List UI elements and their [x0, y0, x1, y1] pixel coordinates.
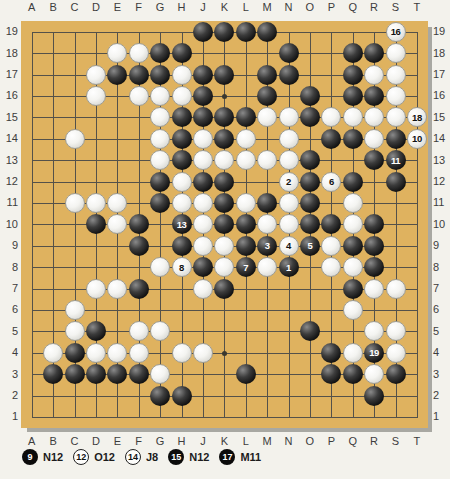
black-stone-K17	[214, 65, 234, 85]
white-stone-Q4	[343, 343, 363, 363]
white-stone-C6	[65, 300, 85, 320]
white-stone-L13	[236, 150, 256, 170]
coord-label-col-Q: Q	[344, 1, 362, 14]
white-stone-E18	[107, 43, 127, 63]
black-stone-O10	[300, 214, 320, 234]
go-diagram: 16181011261334587119 ABCDEFGHJKLMNOPQRST…	[0, 0, 450, 479]
black-stone-R8	[364, 257, 384, 277]
coord-label-row-17-left: 17	[1, 68, 18, 81]
black-stone-M11	[257, 193, 277, 213]
coord-label-row-15-left: 15	[1, 111, 18, 124]
black-stone-L3	[236, 364, 256, 384]
black-stone-F9	[129, 236, 149, 256]
coord-label-col-S: S	[387, 1, 405, 14]
black-stone-Q17	[343, 65, 363, 85]
white-stone-K8	[214, 257, 234, 277]
black-stone-M16	[257, 86, 277, 106]
white-stone-C14	[65, 129, 85, 149]
black-stone-H10: 13	[172, 214, 192, 234]
caption-move-14-coord: J8	[146, 451, 158, 463]
white-stone-F16	[129, 86, 149, 106]
black-stone-H13	[172, 150, 192, 170]
star-point	[222, 94, 227, 99]
white-stone-S4	[386, 343, 406, 363]
white-stone-J11	[193, 193, 213, 213]
black-stone-S13: 11	[386, 150, 406, 170]
black-stone-H9	[172, 236, 192, 256]
white-stone-C5	[65, 321, 85, 341]
black-stone-R4: 19	[364, 343, 384, 363]
black-stone-F7	[129, 279, 149, 299]
coord-label-col-F: F	[130, 1, 148, 14]
black-stone-O11	[300, 193, 320, 213]
black-stone-M17	[257, 65, 277, 85]
white-stone-J14	[193, 129, 213, 149]
black-stone-H14	[172, 129, 192, 149]
black-stone-G17	[150, 65, 170, 85]
white-stone-S15	[386, 107, 406, 127]
black-stone-K10	[214, 214, 234, 234]
black-stone-N8: 1	[279, 257, 299, 277]
black-stone-J8	[193, 257, 213, 277]
white-stone-Q6	[343, 300, 363, 320]
white-stone-K9	[214, 236, 234, 256]
black-stone-B3	[43, 364, 63, 384]
coord-label-col-J: J	[194, 1, 212, 14]
white-stone-C11	[65, 193, 85, 213]
black-stone-P14	[321, 129, 341, 149]
white-stone-L14	[236, 129, 256, 149]
white-stone-S7	[386, 279, 406, 299]
coord-label-col-P: P	[322, 1, 340, 14]
white-stone-R14	[364, 129, 384, 149]
white-stone-N12: 2	[279, 172, 299, 192]
coord-label-row-10-right: 10	[433, 218, 450, 231]
coord-label-col-Q: Q	[344, 435, 362, 448]
black-stone-R9	[364, 236, 384, 256]
coord-label-row-4-left: 4	[1, 346, 18, 359]
black-stone-C4	[65, 343, 85, 363]
white-stone-P9	[321, 236, 341, 256]
coord-label-row-13-left: 13	[1, 154, 18, 167]
grid-line-horizontal	[32, 396, 418, 397]
white-stone-D11	[86, 193, 106, 213]
coord-label-col-K: K	[215, 1, 233, 14]
coord-label-row-18-right: 18	[433, 47, 450, 60]
coord-label-col-B: B	[44, 1, 62, 14]
black-stone-O16	[300, 86, 320, 106]
black-stone-S14	[386, 129, 406, 149]
black-stone-G2	[150, 386, 170, 406]
black-stone-M19	[257, 22, 277, 42]
black-stone-S12	[386, 172, 406, 192]
white-stone-F18	[129, 43, 149, 63]
black-stone-F17	[129, 65, 149, 85]
black-stone-K19	[214, 22, 234, 42]
white-stone-J10	[193, 214, 213, 234]
white-stone-R17	[364, 65, 384, 85]
white-stone-H4	[172, 343, 192, 363]
coord-label-col-S: S	[387, 435, 405, 448]
black-stone-O15	[300, 107, 320, 127]
white-stone-J9	[193, 236, 213, 256]
white-stone-Q15	[343, 107, 363, 127]
white-stone-B4	[43, 343, 63, 363]
coord-label-col-D: D	[87, 1, 105, 14]
coord-label-row-8-right: 8	[433, 261, 450, 274]
black-stone-O9: 5	[300, 236, 320, 256]
coord-label-row-1-left: 1	[1, 410, 18, 423]
black-stone-K12	[214, 172, 234, 192]
white-stone-N13	[279, 150, 299, 170]
coord-label-col-O: O	[301, 435, 319, 448]
white-stone-G8	[150, 257, 170, 277]
white-stone-G15	[150, 107, 170, 127]
coord-label-row-2-right: 2	[433, 389, 450, 402]
black-stone-H15	[172, 107, 192, 127]
coord-label-row-19-right: 19	[433, 25, 450, 38]
coord-label-row-1-right: 1	[433, 410, 450, 423]
white-stone-S17	[386, 65, 406, 85]
black-stone-J16	[193, 86, 213, 106]
black-stone-E17	[107, 65, 127, 85]
coord-label-row-6-left: 6	[1, 303, 18, 316]
coord-label-row-4-right: 4	[433, 346, 450, 359]
white-stone-H11	[172, 193, 192, 213]
white-stone-G13	[150, 150, 170, 170]
coord-label-row-11-right: 11	[433, 196, 450, 209]
black-stone-R2	[364, 386, 384, 406]
caption-move-17-coord: M11	[240, 451, 261, 463]
white-stone-N10	[279, 214, 299, 234]
coord-label-col-E: E	[108, 1, 126, 14]
coord-label-row-17-right: 17	[433, 68, 450, 81]
black-stone-J17	[193, 65, 213, 85]
white-stone-E4	[107, 343, 127, 363]
white-stone-N9: 4	[279, 236, 299, 256]
coord-label-row-3-right: 3	[433, 368, 450, 381]
white-stone-S18	[386, 43, 406, 63]
coord-label-col-C: C	[66, 1, 84, 14]
black-stone-D5	[86, 321, 106, 341]
white-stone-D17	[86, 65, 106, 85]
white-stone-G16	[150, 86, 170, 106]
black-stone-K11	[214, 193, 234, 213]
coord-label-col-T: T	[408, 435, 426, 448]
black-stone-G18	[150, 43, 170, 63]
coord-label-row-12-right: 12	[433, 175, 450, 188]
black-stone-H18	[172, 43, 192, 63]
black-stone-Q7	[343, 279, 363, 299]
white-stone-J7	[193, 279, 213, 299]
white-stone-M15	[257, 107, 277, 127]
white-stone-N14	[279, 129, 299, 149]
black-stone-R13	[364, 150, 384, 170]
caption-move-12-coord: O12	[94, 451, 115, 463]
black-stone-P10	[321, 214, 341, 234]
black-stone-F10	[129, 214, 149, 234]
coord-label-row-14-left: 14	[1, 132, 18, 145]
black-stone-P3	[321, 364, 341, 384]
caption-move-17-stone: 17	[219, 449, 235, 465]
black-stone-J12	[193, 172, 213, 192]
move-caption: 9N1212O1214J815N1217M11	[22, 447, 266, 467]
coord-label-row-5-right: 5	[433, 325, 450, 338]
white-stone-G14	[150, 129, 170, 149]
caption-move-15-stone: 15	[168, 449, 184, 465]
coord-label-row-9-left: 9	[1, 239, 18, 252]
coord-label-row-18-left: 18	[1, 47, 18, 60]
white-stone-D16	[86, 86, 106, 106]
white-stone-G5	[150, 321, 170, 341]
black-stone-L9	[236, 236, 256, 256]
black-stone-R16	[364, 86, 384, 106]
white-stone-R5	[364, 321, 384, 341]
coord-label-row-8-left: 8	[1, 261, 18, 274]
black-stone-K15	[214, 107, 234, 127]
white-stone-N11	[279, 193, 299, 213]
grid-line-vertical	[417, 32, 418, 418]
white-stone-S19: 16	[386, 22, 406, 42]
go-board[interactable]: 16181011261334587119	[21, 21, 428, 428]
coord-label-row-2-left: 2	[1, 389, 18, 402]
coord-label-col-L: L	[237, 1, 255, 14]
white-stone-P15	[321, 107, 341, 127]
white-stone-J13	[193, 150, 213, 170]
white-stone-L11	[236, 193, 256, 213]
white-stone-R3	[364, 364, 384, 384]
white-stone-Q8	[343, 257, 363, 277]
black-stone-Q9	[343, 236, 363, 256]
black-stone-E3	[107, 364, 127, 384]
coord-label-col-P: P	[322, 435, 340, 448]
white-stone-N15	[279, 107, 299, 127]
white-stone-K13	[214, 150, 234, 170]
coord-label-row-16-left: 16	[1, 89, 18, 102]
coord-label-col-R: R	[365, 435, 383, 448]
coord-label-col-R: R	[365, 1, 383, 14]
black-stone-N17	[279, 65, 299, 85]
black-stone-G12	[150, 172, 170, 192]
black-stone-K14	[214, 129, 234, 149]
coord-label-row-12-left: 12	[1, 175, 18, 188]
white-stone-M13	[257, 150, 277, 170]
coord-label-row-16-right: 16	[433, 89, 450, 102]
white-stone-G3	[150, 364, 170, 384]
white-stone-F4	[129, 343, 149, 363]
black-stone-O12	[300, 172, 320, 192]
black-stone-M9: 3	[257, 236, 277, 256]
white-stone-P8	[321, 257, 341, 277]
black-stone-P4	[321, 343, 341, 363]
white-stone-T15: 18	[407, 107, 427, 127]
black-stone-O13	[300, 150, 320, 170]
black-stone-Q3	[343, 364, 363, 384]
black-stone-L8: 7	[236, 257, 256, 277]
caption-move-14-stone: 14	[125, 449, 141, 465]
black-stone-H2	[172, 386, 192, 406]
black-stone-Q16	[343, 86, 363, 106]
white-stone-E7	[107, 279, 127, 299]
black-stone-G11	[150, 193, 170, 213]
star-point	[222, 351, 227, 356]
black-stone-S3	[386, 364, 406, 384]
white-stone-E10	[107, 214, 127, 234]
black-stone-K7	[214, 279, 234, 299]
white-stone-R7	[364, 279, 384, 299]
coord-label-col-M: M	[258, 1, 276, 14]
black-stone-L19	[236, 22, 256, 42]
black-stone-L10	[236, 214, 256, 234]
coord-label-col-A: A	[23, 1, 41, 14]
white-stone-S5	[386, 321, 406, 341]
black-stone-D10	[86, 214, 106, 234]
black-stone-J15	[193, 107, 213, 127]
white-stone-Q11	[343, 193, 363, 213]
black-stone-R18	[364, 43, 384, 63]
black-stone-R10	[364, 214, 384, 234]
coord-label-row-3-left: 3	[1, 368, 18, 381]
black-stone-F3	[129, 364, 149, 384]
caption-move-15-coord: N12	[189, 451, 209, 463]
white-stone-H8: 8	[172, 257, 192, 277]
white-stone-Q10	[343, 214, 363, 234]
coord-label-col-H: H	[173, 1, 191, 14]
white-stone-M8	[257, 257, 277, 277]
black-stone-N18	[279, 43, 299, 63]
black-stone-Q12	[343, 172, 363, 192]
caption-move-12-stone: 12	[73, 449, 89, 465]
white-stone-S16	[386, 86, 406, 106]
coord-label-row-11-left: 11	[1, 196, 18, 209]
caption-move-9-coord: N12	[43, 451, 63, 463]
coord-label-row-5-left: 5	[1, 325, 18, 338]
black-stone-D3	[86, 364, 106, 384]
coord-label-row-7-left: 7	[1, 282, 18, 295]
white-stone-M10	[257, 214, 277, 234]
black-stone-Q18	[343, 43, 363, 63]
white-stone-D7	[86, 279, 106, 299]
coord-label-col-O: O	[301, 1, 319, 14]
white-stone-T14: 10	[407, 129, 427, 149]
coord-label-row-7-right: 7	[433, 282, 450, 295]
white-stone-P12: 6	[321, 172, 341, 192]
coord-label-col-T: T	[408, 1, 426, 14]
black-stone-L15	[236, 107, 256, 127]
coord-label-row-19-left: 19	[1, 25, 18, 38]
white-stone-F5	[129, 321, 149, 341]
black-stone-O5	[300, 321, 320, 341]
coord-label-row-6-right: 6	[433, 303, 450, 316]
black-stone-Q14	[343, 129, 363, 149]
coord-label-row-15-right: 15	[433, 111, 450, 124]
coord-label-row-13-right: 13	[433, 154, 450, 167]
white-stone-E11	[107, 193, 127, 213]
coord-label-row-9-right: 9	[433, 239, 450, 252]
white-stone-H16	[172, 86, 192, 106]
white-stone-R15	[364, 107, 384, 127]
white-stone-J4	[193, 343, 213, 363]
caption-move-9-stone: 9	[22, 449, 38, 465]
white-stone-H12	[172, 172, 192, 192]
white-stone-H17	[172, 65, 192, 85]
black-stone-C3	[65, 364, 85, 384]
coord-label-col-G: G	[151, 1, 169, 14]
white-stone-D4	[86, 343, 106, 363]
coord-label-col-N: N	[280, 435, 298, 448]
grid-line-horizontal	[32, 417, 418, 418]
black-stone-J19	[193, 22, 213, 42]
coord-label-row-10-left: 10	[1, 218, 18, 231]
coord-label-col-N: N	[280, 1, 298, 14]
coord-label-row-14-right: 14	[433, 132, 450, 145]
